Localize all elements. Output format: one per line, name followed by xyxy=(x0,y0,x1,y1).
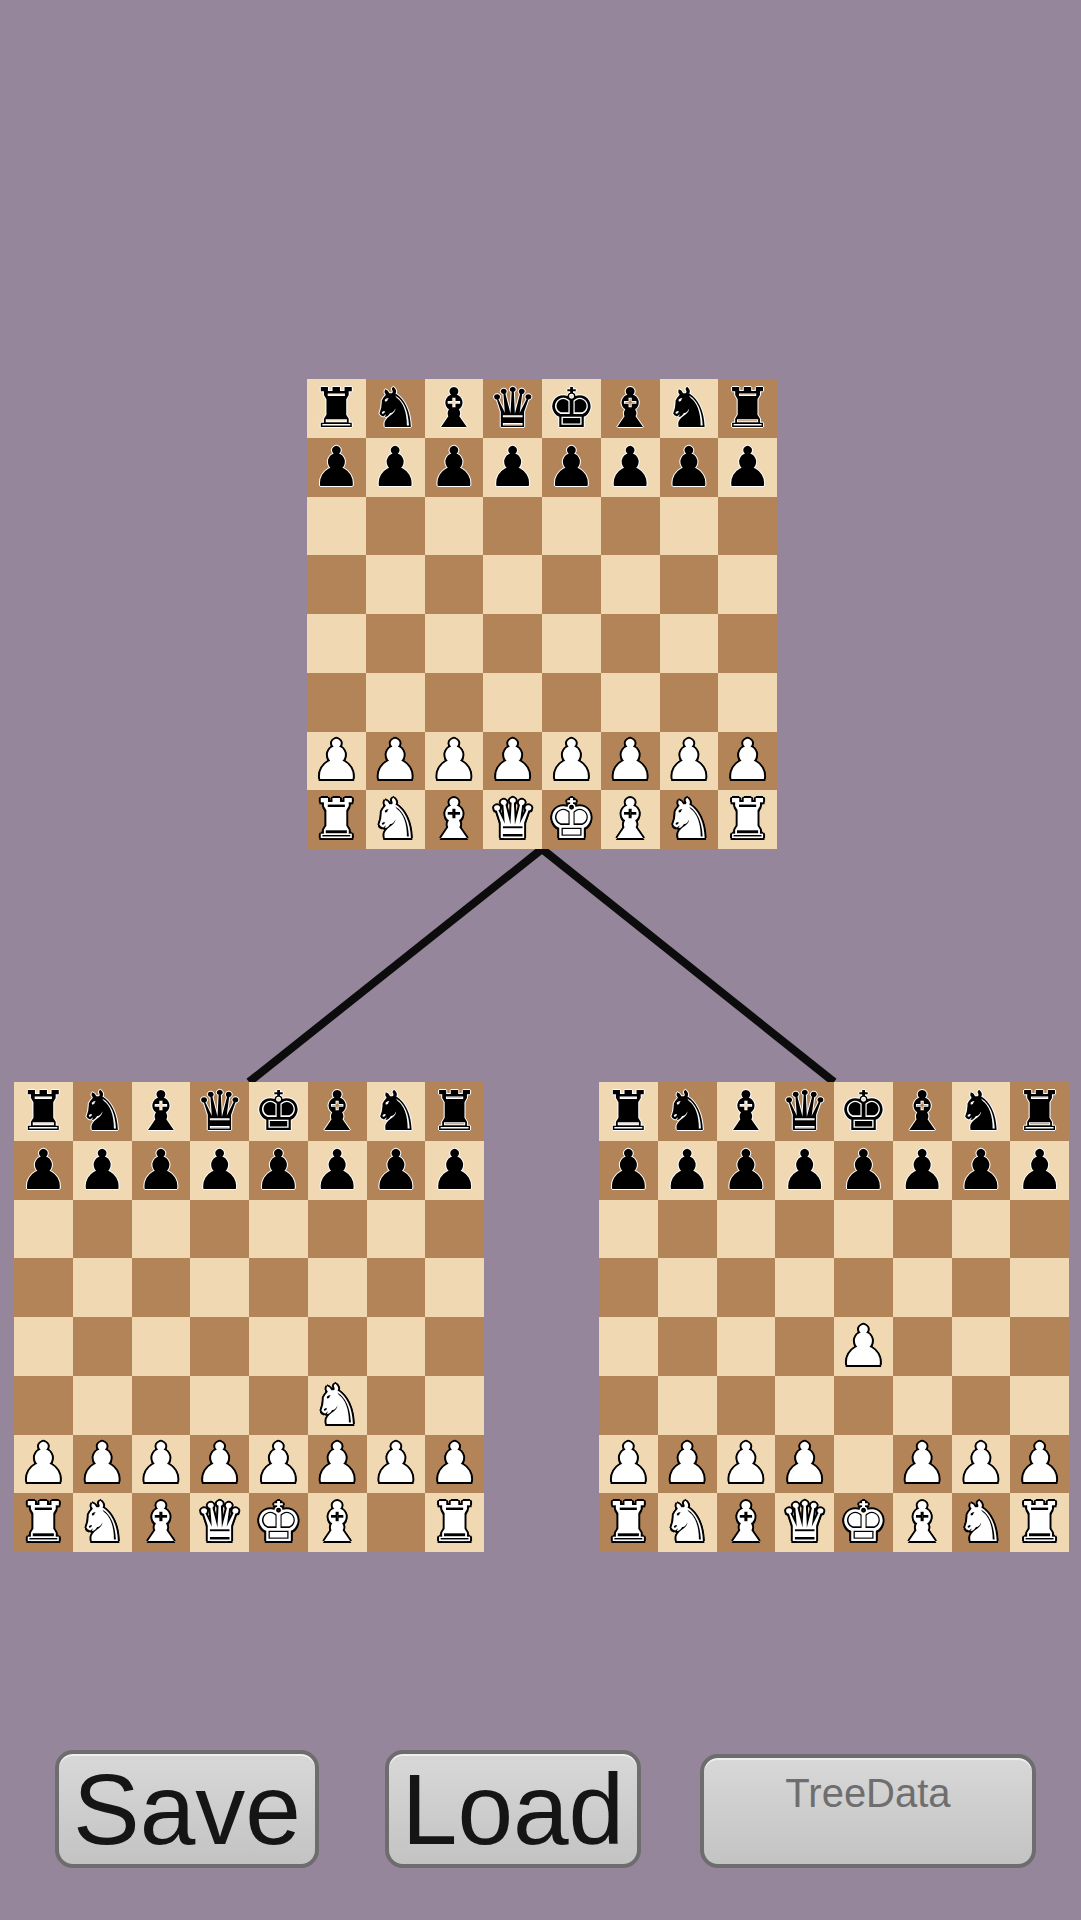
square-c6[interactable] xyxy=(425,497,484,556)
white-pawn-icon: ♟ xyxy=(664,733,713,788)
square-d3[interactable] xyxy=(775,1376,834,1435)
white-knight-icon: ♞ xyxy=(956,1495,1005,1550)
square-d4[interactable] xyxy=(190,1317,249,1376)
square-e1[interactable]: ♚ xyxy=(542,790,601,849)
white-queen-icon: ♛ xyxy=(780,1495,829,1550)
square-e2[interactable]: ♟ xyxy=(249,1435,308,1494)
square-c5[interactable] xyxy=(717,1258,776,1317)
black-pawn-icon: ♟ xyxy=(605,440,654,495)
square-f6[interactable] xyxy=(308,1200,367,1259)
square-c6[interactable] xyxy=(717,1200,776,1259)
white-pawn-icon: ♟ xyxy=(662,1436,711,1491)
square-h8[interactable]: ♜ xyxy=(718,379,777,438)
square-c4[interactable] xyxy=(717,1317,776,1376)
white-rook-icon: ♜ xyxy=(312,792,361,847)
board-root-position: ♜♞♝♛♚♝♞♜♟♟♟♟♟♟♟♟♟♟♟♟♟♟♟♟♜♞♝♛♚♝♞♜ xyxy=(307,379,777,849)
square-b7[interactable]: ♟ xyxy=(658,1141,717,1200)
square-b2[interactable]: ♟ xyxy=(658,1435,717,1494)
square-b7[interactable]: ♟ xyxy=(366,438,425,497)
square-g2[interactable]: ♟ xyxy=(660,732,719,791)
white-rook-icon: ♜ xyxy=(723,792,772,847)
square-g7[interactable]: ♟ xyxy=(660,438,719,497)
square-f5[interactable] xyxy=(601,555,660,614)
square-f7[interactable]: ♟ xyxy=(893,1141,952,1200)
black-bishop-icon: ♝ xyxy=(429,381,478,436)
square-g4[interactable] xyxy=(952,1317,1011,1376)
square-h7[interactable]: ♟ xyxy=(425,1141,484,1200)
square-d8[interactable]: ♛ xyxy=(775,1082,834,1141)
square-c1[interactable]: ♝ xyxy=(717,1493,776,1552)
square-h3[interactable] xyxy=(718,673,777,732)
black-queen-icon: ♛ xyxy=(195,1084,244,1139)
black-pawn-icon: ♟ xyxy=(897,1143,946,1198)
black-pawn-icon: ♟ xyxy=(312,1143,361,1198)
square-b3[interactable] xyxy=(658,1376,717,1435)
square-e4[interactable] xyxy=(542,614,601,673)
white-pawn-icon: ♟ xyxy=(370,733,419,788)
white-bishop-icon: ♝ xyxy=(605,792,654,847)
white-pawn-icon: ♟ xyxy=(723,733,772,788)
square-d6[interactable] xyxy=(483,497,542,556)
black-rook-icon: ♜ xyxy=(1015,1084,1064,1139)
square-f7[interactable]: ♟ xyxy=(601,438,660,497)
square-h6[interactable] xyxy=(718,497,777,556)
black-pawn-icon: ♟ xyxy=(136,1143,185,1198)
square-c7[interactable]: ♟ xyxy=(425,438,484,497)
square-c7[interactable]: ♟ xyxy=(717,1141,776,1200)
white-bishop-icon: ♝ xyxy=(312,1495,361,1550)
square-b4[interactable] xyxy=(658,1317,717,1376)
square-a4[interactable] xyxy=(599,1317,658,1376)
square-b8[interactable]: ♞ xyxy=(366,379,425,438)
square-c5[interactable] xyxy=(425,555,484,614)
square-a3[interactable] xyxy=(14,1376,73,1435)
black-pawn-icon: ♟ xyxy=(429,440,478,495)
square-g6[interactable] xyxy=(952,1200,1011,1259)
board-after-e4: ♜♞♝♛♚♝♞♜♟♟♟♟♟♟♟♟♟♟♟♟♟♟♟♟♜♞♝♛♚♝♞♜ xyxy=(599,1082,1069,1552)
square-f4[interactable] xyxy=(601,614,660,673)
square-h6[interactable] xyxy=(425,1200,484,1259)
square-f8[interactable]: ♝ xyxy=(601,379,660,438)
square-e8[interactable]: ♚ xyxy=(249,1082,308,1141)
square-b2[interactable]: ♟ xyxy=(73,1435,132,1494)
square-a5[interactable] xyxy=(599,1258,658,1317)
square-a6[interactable] xyxy=(14,1200,73,1259)
white-king-icon: ♚ xyxy=(254,1495,303,1550)
square-b6[interactable] xyxy=(658,1200,717,1259)
square-h2[interactable]: ♟ xyxy=(425,1435,484,1494)
square-e1[interactable]: ♚ xyxy=(249,1493,308,1552)
square-b1[interactable]: ♞ xyxy=(658,1493,717,1552)
square-b7[interactable]: ♟ xyxy=(73,1141,132,1200)
square-h4[interactable] xyxy=(425,1317,484,1376)
load-button[interactable]: Load xyxy=(385,1750,641,1868)
square-g1[interactable]: ♞ xyxy=(660,790,719,849)
white-pawn-icon: ♟ xyxy=(897,1436,946,1491)
black-bishop-icon: ♝ xyxy=(312,1084,361,1139)
square-e1[interactable]: ♚ xyxy=(834,1493,893,1552)
square-c8[interactable]: ♝ xyxy=(717,1082,776,1141)
white-pawn-icon: ♟ xyxy=(77,1436,126,1491)
square-d7[interactable]: ♟ xyxy=(483,438,542,497)
black-pawn-icon: ♟ xyxy=(312,440,361,495)
white-rook-icon: ♜ xyxy=(430,1495,479,1550)
square-d4[interactable] xyxy=(775,1317,834,1376)
square-h1[interactable]: ♜ xyxy=(425,1493,484,1552)
square-e4[interactable] xyxy=(249,1317,308,1376)
square-b6[interactable] xyxy=(366,497,425,556)
square-a2[interactable]: ♟ xyxy=(307,732,366,791)
square-g5[interactable] xyxy=(367,1258,426,1317)
square-a4[interactable] xyxy=(307,614,366,673)
tree-edge-lines xyxy=(0,0,1081,1920)
square-h4[interactable] xyxy=(1010,1317,1069,1376)
square-c6[interactable] xyxy=(132,1200,191,1259)
square-a5[interactable] xyxy=(307,555,366,614)
black-knight-icon: ♞ xyxy=(77,1084,126,1139)
black-queen-icon: ♛ xyxy=(780,1084,829,1139)
square-a4[interactable] xyxy=(14,1317,73,1376)
square-h7[interactable]: ♟ xyxy=(718,438,777,497)
square-e6[interactable] xyxy=(834,1200,893,1259)
board-after-nf3: ♜♞♝♛♚♝♞♜♟♟♟♟♟♟♟♟♞♟♟♟♟♟♟♟♟♜♞♝♛♚♝♜ xyxy=(14,1082,484,1552)
square-h2[interactable]: ♟ xyxy=(1010,1435,1069,1494)
black-pawn-icon: ♟ xyxy=(664,440,713,495)
square-g8[interactable]: ♞ xyxy=(660,379,719,438)
square-d3[interactable] xyxy=(190,1376,249,1435)
black-pawn-icon: ♟ xyxy=(839,1143,888,1198)
white-queen-icon: ♛ xyxy=(488,792,537,847)
square-d1[interactable]: ♛ xyxy=(190,1493,249,1552)
square-b1[interactable]: ♞ xyxy=(73,1493,132,1552)
square-b8[interactable]: ♞ xyxy=(658,1082,717,1141)
white-knight-icon: ♞ xyxy=(312,1378,361,1433)
square-e3[interactable] xyxy=(834,1376,893,1435)
white-rook-icon: ♜ xyxy=(604,1495,653,1550)
square-d8[interactable]: ♛ xyxy=(483,379,542,438)
black-pawn-icon: ♟ xyxy=(723,440,772,495)
square-d5[interactable] xyxy=(775,1258,834,1317)
square-a8[interactable]: ♜ xyxy=(599,1082,658,1141)
square-a7[interactable]: ♟ xyxy=(599,1141,658,1200)
white-pawn-icon: ♟ xyxy=(956,1436,1005,1491)
white-queen-icon: ♛ xyxy=(195,1495,244,1550)
square-b5[interactable] xyxy=(73,1258,132,1317)
square-g1[interactable]: ♞ xyxy=(952,1493,1011,1552)
square-h6[interactable] xyxy=(1010,1200,1069,1259)
square-f3[interactable]: ♞ xyxy=(308,1376,367,1435)
white-pawn-icon: ♟ xyxy=(136,1436,185,1491)
square-e7[interactable]: ♟ xyxy=(834,1141,893,1200)
square-c4[interactable] xyxy=(132,1317,191,1376)
square-g8[interactable]: ♞ xyxy=(952,1082,1011,1141)
square-h8[interactable]: ♜ xyxy=(1010,1082,1069,1141)
square-b5[interactable] xyxy=(658,1258,717,1317)
square-g6[interactable] xyxy=(660,497,719,556)
square-c7[interactable]: ♟ xyxy=(132,1141,191,1200)
white-pawn-icon: ♟ xyxy=(371,1436,420,1491)
square-d7[interactable]: ♟ xyxy=(190,1141,249,1200)
square-d3[interactable] xyxy=(483,673,542,732)
square-h8[interactable]: ♜ xyxy=(425,1082,484,1141)
white-bishop-icon: ♝ xyxy=(897,1495,946,1550)
square-d6[interactable] xyxy=(190,1200,249,1259)
white-pawn-icon: ♟ xyxy=(1015,1436,1064,1491)
square-e6[interactable] xyxy=(542,497,601,556)
black-knight-icon: ♞ xyxy=(956,1084,1005,1139)
white-pawn-icon: ♟ xyxy=(780,1436,829,1491)
square-g1[interactable] xyxy=(367,1493,426,1552)
square-d1[interactable]: ♛ xyxy=(775,1493,834,1552)
square-f2[interactable]: ♟ xyxy=(601,732,660,791)
square-d6[interactable] xyxy=(775,1200,834,1259)
black-knight-icon: ♞ xyxy=(662,1084,711,1139)
square-c3[interactable] xyxy=(132,1376,191,1435)
square-e8[interactable]: ♚ xyxy=(542,379,601,438)
white-knight-icon: ♞ xyxy=(662,1495,711,1550)
white-rook-icon: ♜ xyxy=(19,1495,68,1550)
black-king-icon: ♚ xyxy=(547,381,596,436)
square-f2[interactable]: ♟ xyxy=(308,1435,367,1494)
square-g3[interactable] xyxy=(367,1376,426,1435)
white-pawn-icon: ♟ xyxy=(605,733,654,788)
white-pawn-icon: ♟ xyxy=(488,733,537,788)
black-rook-icon: ♜ xyxy=(19,1084,68,1139)
black-pawn-icon: ♟ xyxy=(371,1143,420,1198)
black-pawn-icon: ♟ xyxy=(195,1143,244,1198)
black-pawn-icon: ♟ xyxy=(430,1143,479,1198)
square-a7[interactable]: ♟ xyxy=(307,438,366,497)
square-a8[interactable]: ♜ xyxy=(307,379,366,438)
square-g4[interactable] xyxy=(660,614,719,673)
black-pawn-icon: ♟ xyxy=(1015,1143,1064,1198)
white-pawn-icon: ♟ xyxy=(312,1436,361,1491)
square-e5[interactable] xyxy=(249,1258,308,1317)
black-pawn-icon: ♟ xyxy=(488,440,537,495)
square-b8[interactable]: ♞ xyxy=(73,1082,132,1141)
square-a2[interactable]: ♟ xyxy=(599,1435,658,1494)
square-a1[interactable]: ♜ xyxy=(599,1493,658,1552)
square-d5[interactable] xyxy=(483,555,542,614)
square-h3[interactable] xyxy=(425,1376,484,1435)
square-f2[interactable]: ♟ xyxy=(893,1435,952,1494)
square-e8[interactable]: ♚ xyxy=(834,1082,893,1141)
square-d5[interactable] xyxy=(190,1258,249,1317)
white-pawn-icon: ♟ xyxy=(721,1436,770,1491)
square-d4[interactable] xyxy=(483,614,542,673)
white-pawn-icon: ♟ xyxy=(195,1436,244,1491)
square-f7[interactable]: ♟ xyxy=(308,1141,367,1200)
square-f4[interactable] xyxy=(308,1317,367,1376)
square-g4[interactable] xyxy=(367,1317,426,1376)
square-f6[interactable] xyxy=(601,497,660,556)
square-c2[interactable]: ♟ xyxy=(425,732,484,791)
save-button[interactable]: Save xyxy=(55,1750,319,1868)
white-pawn-icon: ♟ xyxy=(19,1436,68,1491)
square-c8[interactable]: ♝ xyxy=(425,379,484,438)
square-f1[interactable]: ♝ xyxy=(308,1493,367,1552)
square-a3[interactable] xyxy=(599,1376,658,1435)
square-b2[interactable]: ♟ xyxy=(366,732,425,791)
square-f8[interactable]: ♝ xyxy=(308,1082,367,1141)
square-c1[interactable]: ♝ xyxy=(425,790,484,849)
white-king-icon: ♚ xyxy=(547,792,596,847)
square-a1[interactable]: ♜ xyxy=(307,790,366,849)
square-h5[interactable] xyxy=(1010,1258,1069,1317)
black-knight-icon: ♞ xyxy=(370,381,419,436)
square-b5[interactable] xyxy=(366,555,425,614)
black-pawn-icon: ♟ xyxy=(721,1143,770,1198)
square-b1[interactable]: ♞ xyxy=(366,790,425,849)
square-c2[interactable]: ♟ xyxy=(132,1435,191,1494)
square-a8[interactable]: ♜ xyxy=(14,1082,73,1141)
white-bishop-icon: ♝ xyxy=(721,1495,770,1550)
black-pawn-icon: ♟ xyxy=(254,1143,303,1198)
square-e3[interactable] xyxy=(249,1376,308,1435)
square-b4[interactable] xyxy=(73,1317,132,1376)
square-c5[interactable] xyxy=(132,1258,191,1317)
square-e2[interactable] xyxy=(834,1435,893,1494)
square-b3[interactable] xyxy=(73,1376,132,1435)
square-f3[interactable] xyxy=(601,673,660,732)
load-button-label: Load xyxy=(402,1762,624,1857)
black-bishop-icon: ♝ xyxy=(605,381,654,436)
square-g2[interactable]: ♟ xyxy=(952,1435,1011,1494)
white-pawn-icon: ♟ xyxy=(604,1436,653,1491)
square-c3[interactable] xyxy=(717,1376,776,1435)
square-c1[interactable]: ♝ xyxy=(132,1493,191,1552)
square-f1[interactable]: ♝ xyxy=(601,790,660,849)
white-pawn-icon: ♟ xyxy=(430,1436,479,1491)
square-d2[interactable]: ♟ xyxy=(483,732,542,791)
black-rook-icon: ♜ xyxy=(723,381,772,436)
black-queen-icon: ♛ xyxy=(488,381,537,436)
white-king-icon: ♚ xyxy=(839,1495,888,1550)
black-king-icon: ♚ xyxy=(254,1084,303,1139)
square-b3[interactable] xyxy=(366,673,425,732)
square-g5[interactable] xyxy=(660,555,719,614)
square-g2[interactable]: ♟ xyxy=(367,1435,426,1494)
square-d1[interactable]: ♛ xyxy=(483,790,542,849)
treedata-button[interactable]: TreeData xyxy=(700,1754,1036,1868)
black-knight-icon: ♞ xyxy=(664,381,713,436)
square-a3[interactable] xyxy=(307,673,366,732)
square-f5[interactable] xyxy=(893,1258,952,1317)
treedata-button-label: TreeData xyxy=(785,1774,950,1812)
white-pawn-icon: ♟ xyxy=(547,733,596,788)
black-pawn-icon: ♟ xyxy=(780,1143,829,1198)
square-e7[interactable]: ♟ xyxy=(542,438,601,497)
square-b4[interactable] xyxy=(366,614,425,673)
square-h1[interactable]: ♜ xyxy=(1010,1493,1069,1552)
square-f3[interactable] xyxy=(893,1376,952,1435)
square-c8[interactable]: ♝ xyxy=(132,1082,191,1141)
square-e2[interactable]: ♟ xyxy=(542,732,601,791)
black-bishop-icon: ♝ xyxy=(136,1084,185,1139)
square-a2[interactable]: ♟ xyxy=(14,1435,73,1494)
square-a1[interactable]: ♜ xyxy=(14,1493,73,1552)
square-e3[interactable] xyxy=(542,673,601,732)
square-d2[interactable]: ♟ xyxy=(775,1435,834,1494)
square-e5[interactable] xyxy=(834,1258,893,1317)
square-g7[interactable]: ♟ xyxy=(367,1141,426,1200)
black-pawn-icon: ♟ xyxy=(547,440,596,495)
square-h4[interactable] xyxy=(718,614,777,673)
square-h5[interactable] xyxy=(425,1258,484,1317)
black-pawn-icon: ♟ xyxy=(956,1143,1005,1198)
black-pawn-icon: ♟ xyxy=(604,1143,653,1198)
square-d2[interactable]: ♟ xyxy=(190,1435,249,1494)
white-pawn-icon: ♟ xyxy=(429,733,478,788)
black-knight-icon: ♞ xyxy=(371,1084,420,1139)
square-e6[interactable] xyxy=(249,1200,308,1259)
black-rook-icon: ♜ xyxy=(312,381,361,436)
square-a5[interactable] xyxy=(14,1258,73,1317)
white-knight-icon: ♞ xyxy=(77,1495,126,1550)
square-f4[interactable] xyxy=(893,1317,952,1376)
white-pawn-icon: ♟ xyxy=(839,1319,888,1374)
white-bishop-icon: ♝ xyxy=(136,1495,185,1550)
white-knight-icon: ♞ xyxy=(664,792,713,847)
save-button-label: Save xyxy=(73,1762,301,1857)
square-g3[interactable] xyxy=(660,673,719,732)
black-rook-icon: ♜ xyxy=(604,1084,653,1139)
square-h1[interactable]: ♜ xyxy=(718,790,777,849)
black-pawn-icon: ♟ xyxy=(19,1143,68,1198)
white-bishop-icon: ♝ xyxy=(429,792,478,847)
square-a6[interactable] xyxy=(599,1200,658,1259)
square-f1[interactable]: ♝ xyxy=(893,1493,952,1552)
square-e5[interactable] xyxy=(542,555,601,614)
square-b6[interactable] xyxy=(73,1200,132,1259)
square-e7[interactable]: ♟ xyxy=(249,1141,308,1200)
black-rook-icon: ♜ xyxy=(430,1084,479,1139)
square-f5[interactable] xyxy=(308,1258,367,1317)
square-h7[interactable]: ♟ xyxy=(1010,1141,1069,1200)
square-h5[interactable] xyxy=(718,555,777,614)
square-g3[interactable] xyxy=(952,1376,1011,1435)
square-c2[interactable]: ♟ xyxy=(717,1435,776,1494)
square-a6[interactable] xyxy=(307,497,366,556)
square-g7[interactable]: ♟ xyxy=(952,1141,1011,1200)
square-g6[interactable] xyxy=(367,1200,426,1259)
square-d8[interactable]: ♛ xyxy=(190,1082,249,1141)
black-bishop-icon: ♝ xyxy=(721,1084,770,1139)
square-g5[interactable] xyxy=(952,1258,1011,1317)
square-h2[interactable]: ♟ xyxy=(718,732,777,791)
square-g8[interactable]: ♞ xyxy=(367,1082,426,1141)
square-f8[interactable]: ♝ xyxy=(893,1082,952,1141)
white-knight-icon: ♞ xyxy=(370,792,419,847)
square-c3[interactable] xyxy=(425,673,484,732)
black-king-icon: ♚ xyxy=(839,1084,888,1139)
white-rook-icon: ♜ xyxy=(1015,1495,1064,1550)
black-pawn-icon: ♟ xyxy=(77,1143,126,1198)
white-pawn-icon: ♟ xyxy=(254,1436,303,1491)
square-f6[interactable] xyxy=(893,1200,952,1259)
white-pawn-icon: ♟ xyxy=(312,733,361,788)
black-pawn-icon: ♟ xyxy=(662,1143,711,1198)
square-a7[interactable]: ♟ xyxy=(14,1141,73,1200)
square-d7[interactable]: ♟ xyxy=(775,1141,834,1200)
square-c4[interactable] xyxy=(425,614,484,673)
black-bishop-icon: ♝ xyxy=(897,1084,946,1139)
square-e4[interactable]: ♟ xyxy=(834,1317,893,1376)
black-pawn-icon: ♟ xyxy=(370,440,419,495)
square-h3[interactable] xyxy=(1010,1376,1069,1435)
